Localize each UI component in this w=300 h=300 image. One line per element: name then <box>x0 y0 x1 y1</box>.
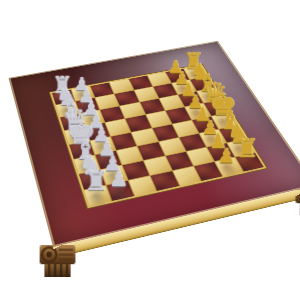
square <box>151 171 179 191</box>
square <box>123 161 150 180</box>
corner-foot-left <box>38 245 76 277</box>
square <box>111 132 136 149</box>
square <box>194 162 222 181</box>
square <box>199 129 226 146</box>
square <box>165 152 192 170</box>
square <box>129 176 157 196</box>
square <box>90 137 115 155</box>
square <box>236 153 264 172</box>
square <box>84 186 111 206</box>
square <box>215 157 243 176</box>
square <box>69 141 94 159</box>
square <box>65 127 90 144</box>
square <box>207 143 234 161</box>
square <box>173 167 201 186</box>
square <box>117 146 143 164</box>
chess-set-scene: ♜♞♝♛♚♝♞♜♟♟♟♟♟♟♟♟♟♟♟♟♟♟♟♟♜♞♝♛♚♝♞♜ <box>0 0 300 300</box>
chess-board: ♜♞♝♛♚♝♞♜♟♟♟♟♟♟♟♟♟♟♟♟♟♟♟♟♜♞♝♛♚♝♞♜ <box>8 41 300 247</box>
square <box>159 138 185 156</box>
board-top-surface <box>8 41 300 247</box>
square <box>138 142 164 160</box>
square <box>179 134 205 151</box>
square <box>132 128 158 145</box>
square <box>74 155 100 174</box>
square <box>186 147 213 165</box>
square <box>96 151 122 169</box>
square <box>101 165 128 184</box>
checkerboard-playfield <box>50 64 267 208</box>
square <box>144 156 171 175</box>
square <box>227 139 254 157</box>
square <box>79 170 105 190</box>
square <box>219 125 246 142</box>
square <box>107 181 134 201</box>
product-photo-canvas: ♜♞♝♛♚♝♞♜♟♟♟♟♟♟♟♟♟♟♟♟♟♟♟♟♜♞♝♛♚♝♞♜ <box>0 0 300 300</box>
